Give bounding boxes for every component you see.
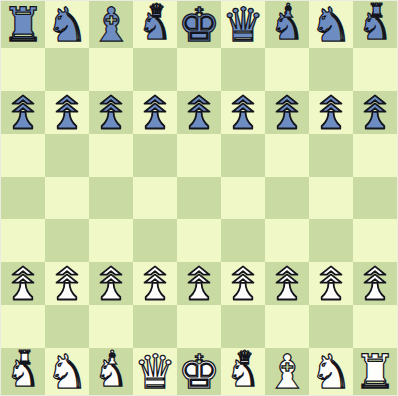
square-a5[interactable] [1,177,45,220]
square-a8[interactable] [1,48,45,91]
white-pawn[interactable] [47,263,87,304]
white-pawn[interactable] [311,263,351,304]
square-h4[interactable] [309,219,353,262]
square-b7[interactable] [45,91,89,134]
white-pawn[interactable] [3,263,43,304]
square-c7[interactable] [89,91,133,134]
white-chancellor[interactable]: ♞♜ [1,348,45,395]
black-chancellor[interactable]: ♞♜ [353,1,397,48]
square-g2[interactable] [265,305,309,348]
square-e2[interactable] [177,305,221,348]
white-rook[interactable]: ♜ [353,348,397,395]
white-bishop[interactable]: ♝ [265,348,309,395]
square-h2[interactable] [309,305,353,348]
square-e6[interactable] [177,134,221,177]
square-d7[interactable] [133,91,177,134]
black-rook[interactable]: ♜ [1,1,45,48]
white-pawn[interactable] [135,263,175,304]
white-knight[interactable]: ♞ [45,348,89,395]
square-f4[interactable] [221,219,265,262]
square-d9[interactable]: ♞♛ [133,1,177,48]
white-pawn[interactable] [179,263,219,304]
square-b8[interactable] [45,48,89,91]
black-knight[interactable]: ♞ [309,1,353,48]
black-pawn[interactable] [91,92,131,133]
chessboard: ♜♞♝♞♛♚♛♞♝♞♞♜♞♜♞♞♝♛♚♞♛♝♞♜ [0,0,398,396]
square-f2[interactable] [221,305,265,348]
square-b6[interactable] [45,134,89,177]
rook-crown-icon: ♜ [368,1,385,20]
square-c5[interactable] [89,177,133,220]
square-e3[interactable] [177,262,221,305]
square-f8[interactable] [221,48,265,91]
square-c6[interactable] [89,134,133,177]
white-knight[interactable]: ♞ [309,348,353,395]
black-amazon[interactable]: ♞♛ [133,1,177,48]
square-h5[interactable] [309,177,353,220]
square-b4[interactable] [45,219,89,262]
square-i9[interactable]: ♞♜ [353,1,397,48]
white-pawn[interactable] [355,263,395,304]
square-c2[interactable] [89,305,133,348]
square-h8[interactable] [309,48,353,91]
square-c8[interactable] [89,48,133,91]
square-c1[interactable]: ♞♝ [89,348,133,395]
black-pawn[interactable] [47,92,87,133]
square-f5[interactable] [221,177,265,220]
square-d8[interactable] [133,48,177,91]
board-grid: ♜♞♝♞♛♚♛♞♝♞♞♜♞♜♞♞♝♛♚♞♛♝♞♜ [1,1,397,395]
black-pawn[interactable] [355,92,395,133]
black-archbishop[interactable]: ♞♝ [265,1,309,48]
square-h7[interactable] [309,91,353,134]
square-e1[interactable]: ♚ [177,348,221,395]
square-d1[interactable]: ♛ [133,348,177,395]
square-b5[interactable] [45,177,89,220]
square-g1[interactable]: ♝ [265,348,309,395]
square-e5[interactable] [177,177,221,220]
square-g9[interactable]: ♞♝ [265,1,309,48]
black-bishop[interactable]: ♝ [89,1,133,48]
square-e4[interactable] [177,219,221,262]
white-pawn[interactable] [267,263,307,304]
square-d6[interactable] [133,134,177,177]
white-amazon[interactable]: ♞♛ [221,348,265,395]
square-a2[interactable] [1,305,45,348]
square-g7[interactable] [265,91,309,134]
square-i8[interactable] [353,48,397,91]
square-a9[interactable]: ♜ [1,1,45,48]
square-i3[interactable] [353,262,397,305]
black-queen[interactable]: ♛ [221,1,265,48]
square-h3[interactable] [309,262,353,305]
square-d4[interactable] [133,219,177,262]
queen-crown-icon: ♛ [236,348,253,367]
black-pawn[interactable] [267,92,307,133]
square-a7[interactable] [1,91,45,134]
square-a1[interactable]: ♞♜ [1,348,45,395]
rook-crown-icon: ♜ [16,348,33,367]
square-i5[interactable] [353,177,397,220]
black-knight[interactable]: ♞ [45,1,89,48]
square-h6[interactable] [309,134,353,177]
black-pawn[interactable] [223,92,263,133]
square-g5[interactable] [265,177,309,220]
square-b3[interactable] [45,262,89,305]
white-archbishop[interactable]: ♞♝ [89,348,133,395]
square-c4[interactable] [89,219,133,262]
black-pawn[interactable] [311,92,351,133]
square-c9[interactable]: ♝ [89,1,133,48]
square-i7[interactable] [353,91,397,134]
bishop-crown-icon: ♝ [280,1,297,20]
white-pawn[interactable] [91,263,131,304]
square-g3[interactable] [265,262,309,305]
square-e8[interactable] [177,48,221,91]
square-f6[interactable] [221,134,265,177]
square-b1[interactable]: ♞ [45,348,89,395]
square-a4[interactable] [1,219,45,262]
square-f1[interactable]: ♞♛ [221,348,265,395]
square-e9[interactable]: ♚ [177,1,221,48]
square-c3[interactable] [89,262,133,305]
square-d2[interactable] [133,305,177,348]
square-f3[interactable] [221,262,265,305]
square-b2[interactable] [45,305,89,348]
square-g6[interactable] [265,134,309,177]
black-pawn[interactable] [179,92,219,133]
square-b9[interactable]: ♞ [45,1,89,48]
square-i4[interactable] [353,219,397,262]
bishop-crown-icon: ♝ [104,348,121,367]
queen-crown-icon: ♛ [148,1,165,20]
black-pawn[interactable] [135,92,175,133]
square-i6[interactable] [353,134,397,177]
square-f7[interactable] [221,91,265,134]
white-pawn[interactable] [223,263,263,304]
white-queen[interactable]: ♛ [133,348,177,395]
square-d3[interactable] [133,262,177,305]
square-h1[interactable]: ♞ [309,348,353,395]
black-pawn[interactable] [3,92,43,133]
square-a6[interactable] [1,134,45,177]
square-i2[interactable] [353,305,397,348]
square-g8[interactable] [265,48,309,91]
square-g4[interactable] [265,219,309,262]
square-f9[interactable]: ♛ [221,1,265,48]
black-king[interactable]: ♚ [177,1,221,48]
square-i1[interactable]: ♜ [353,348,397,395]
square-d5[interactable] [133,177,177,220]
square-a3[interactable] [1,262,45,305]
square-e7[interactable] [177,91,221,134]
square-h9[interactable]: ♞ [309,1,353,48]
white-king[interactable]: ♚ [177,348,221,395]
